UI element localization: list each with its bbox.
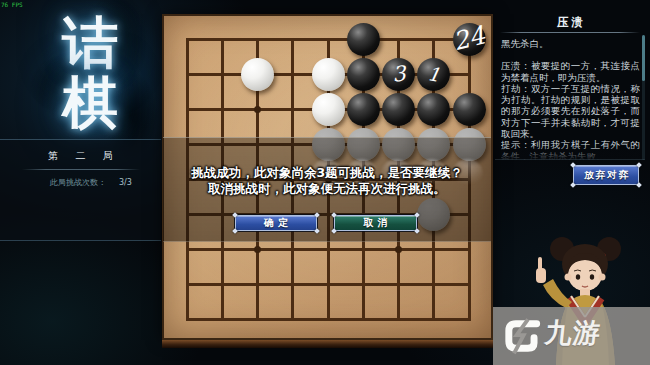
lesson-title: 压溃 — [495, 15, 645, 30]
go-board-edge — [162, 340, 493, 348]
move-number-label: 24 — [437, 26, 502, 51]
game-screen: 诘 棋 76 FPS 第 二 局 此局挑战次数：3/3 2431 挑战成功，此对… — [0, 0, 650, 365]
cancel-button-label: 取消 — [364, 217, 392, 228]
star-point — [254, 246, 261, 253]
objective-text: 黑先杀白。 — [501, 38, 640, 49]
black-stone: 1 — [417, 58, 450, 91]
dialog-line-1: 挑战成功，此对象尚余3题可挑战，是否要继续？ — [163, 165, 491, 181]
black-stone — [417, 93, 450, 126]
divider — [495, 159, 645, 160]
corner-ornament — [414, 212, 420, 218]
calligraphy-char-qi: 棋 — [48, 72, 132, 132]
black-stone — [347, 23, 380, 56]
corner-ornament — [232, 228, 238, 234]
white-stone — [312, 93, 345, 126]
challenge-count-row: 此局挑战次数：3/3 — [0, 177, 161, 188]
challenge-count-value: 3/3 — [119, 178, 132, 187]
corner-ornament — [636, 162, 642, 168]
resign-button-label: 放弃对弈 — [584, 169, 630, 180]
cancel-button[interactable]: 取消 — [334, 215, 417, 231]
corner-ornament — [314, 212, 320, 218]
corner-ornament — [232, 212, 238, 218]
divider — [22, 169, 140, 170]
black-stone — [453, 93, 486, 126]
grid-line — [186, 318, 471, 321]
corner-ornament — [331, 228, 337, 234]
resign-button[interactable]: 放弃对弈 — [573, 165, 639, 185]
rule-paragraph: 压溃：被要提的一方，其连接点为禁着点时，即为压溃。 — [501, 60, 640, 83]
scrollbar-thumb[interactable] — [642, 35, 645, 81]
ninegame-logo-icon — [501, 313, 541, 359]
divider — [500, 32, 640, 33]
star-point — [395, 246, 402, 253]
black-stone: 24 — [453, 23, 486, 56]
dialog-line-2: 取消挑战时，此对象便无法再次进行挑战。 — [163, 181, 491, 197]
corner-ornament — [636, 182, 642, 188]
calligraphy-char-jie: 诘 — [48, 12, 132, 72]
corner-ornament — [331, 212, 337, 218]
confirm-button[interactable]: 确定 — [235, 215, 317, 231]
white-stone — [241, 58, 274, 91]
black-stone — [382, 93, 415, 126]
corner-ornament — [314, 228, 320, 234]
watermark-brand-text: 九游 — [543, 315, 603, 351]
corner-ornament — [570, 162, 576, 168]
puzzle-title-calligraphy: 诘 棋 — [48, 12, 132, 132]
hint-paragraph: 提示：利用我方棋子上有外气的条件，注意劫杀为失败。 — [501, 139, 640, 160]
scrollbar-track[interactable] — [642, 35, 645, 160]
watermark-banner: 九游 — [493, 307, 650, 365]
black-stone — [347, 93, 380, 126]
grid-line — [186, 283, 471, 286]
fps-counter: 76 FPS — [1, 1, 23, 8]
white-stone — [312, 58, 345, 91]
star-point — [254, 106, 261, 113]
challenge-count-label: 此局挑战次数： — [50, 178, 106, 187]
confirm-button-label: 确定 — [264, 217, 292, 228]
round-title: 第 二 局 — [0, 149, 161, 163]
corner-ornament — [414, 228, 420, 234]
corner-ornament — [570, 182, 576, 188]
lesson-text: 黑先杀白。 压溃：被要提的一方，其连接点为禁着点时，即为压溃。 打劫：双方一子互… — [501, 38, 640, 160]
confirm-dialog: 挑战成功，此对象尚余3题可挑战，是否要继续？ 取消挑战时，此对象便无法再次进行挑… — [163, 137, 491, 242]
grid-line — [186, 248, 471, 251]
round-info-panel: 第 二 局 此局挑战次数：3/3 — [0, 139, 161, 241]
rule-paragraph: 打劫：双方一子互提的情况，称为打劫。打劫的规则，是被提取的那方必须要先在别处落子… — [501, 83, 640, 139]
dialog-message: 挑战成功，此对象尚余3题可挑战，是否要继续？ 取消挑战时，此对象便无法再次进行挑… — [163, 165, 491, 197]
